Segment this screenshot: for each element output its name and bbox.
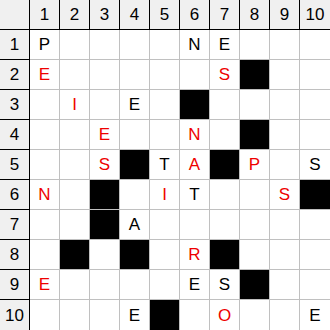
block-cell-r4c8 bbox=[240, 120, 270, 150]
empty-cell-r4c1[interactable] bbox=[30, 120, 60, 150]
empty-cell-r4c9[interactable] bbox=[270, 120, 300, 150]
col-header-6: 6 bbox=[180, 0, 210, 30]
puzzle-board: 123456789101PNE2ES3IE4EN5STAPS6NITS7A8R9… bbox=[0, 0, 330, 330]
empty-cell-r10c3[interactable] bbox=[90, 300, 120, 330]
empty-cell-r7c2[interactable] bbox=[60, 210, 90, 240]
col-header-3: 3 bbox=[90, 0, 120, 30]
letter-cell-r5c8[interactable]: P bbox=[240, 150, 270, 180]
row-header-3: 3 bbox=[0, 90, 30, 120]
row-header-4: 4 bbox=[0, 120, 30, 150]
empty-cell-r1c3[interactable] bbox=[90, 30, 120, 60]
letter-cell-r9c6[interactable]: E bbox=[180, 270, 210, 300]
col-header-9: 9 bbox=[270, 0, 300, 30]
block-cell-r8c4 bbox=[120, 240, 150, 270]
empty-cell-r4c2[interactable] bbox=[60, 120, 90, 150]
empty-cell-r9c3[interactable] bbox=[90, 270, 120, 300]
empty-cell-r1c2[interactable] bbox=[60, 30, 90, 60]
col-header-7: 7 bbox=[210, 0, 240, 30]
empty-cell-r9c9[interactable] bbox=[270, 270, 300, 300]
block-cell-r6c3 bbox=[90, 180, 120, 210]
letter-cell-r2c7[interactable]: S bbox=[210, 60, 240, 90]
empty-cell-r4c10[interactable] bbox=[300, 120, 330, 150]
empty-cell-r9c10[interactable] bbox=[300, 270, 330, 300]
block-cell-r2c8 bbox=[240, 60, 270, 90]
row-header-7: 7 bbox=[0, 210, 30, 240]
empty-cell-r4c5[interactable] bbox=[150, 120, 180, 150]
row-header-5: 5 bbox=[0, 150, 30, 180]
empty-cell-r5c2[interactable] bbox=[60, 150, 90, 180]
empty-cell-r10c9[interactable] bbox=[270, 300, 300, 330]
empty-cell-r2c4[interactable] bbox=[120, 60, 150, 90]
col-header-8: 8 bbox=[240, 0, 270, 30]
empty-cell-r2c3[interactable] bbox=[90, 60, 120, 90]
empty-cell-r8c3[interactable] bbox=[90, 240, 120, 270]
col-header-4: 4 bbox=[120, 0, 150, 30]
empty-cell-r6c7[interactable] bbox=[210, 180, 240, 210]
letter-cell-r4c6[interactable]: N bbox=[180, 120, 210, 150]
empty-cell-r2c6[interactable] bbox=[180, 60, 210, 90]
empty-cell-r5c1[interactable] bbox=[30, 150, 60, 180]
empty-cell-r10c1[interactable] bbox=[30, 300, 60, 330]
empty-cell-r2c2[interactable] bbox=[60, 60, 90, 90]
empty-cell-r6c2[interactable] bbox=[60, 180, 90, 210]
empty-cell-r2c5[interactable] bbox=[150, 60, 180, 90]
empty-cell-r1c9[interactable] bbox=[270, 30, 300, 60]
corner-cell bbox=[0, 0, 30, 30]
col-header-10: 10 bbox=[300, 0, 330, 30]
col-header-5: 5 bbox=[150, 0, 180, 30]
empty-cell-r7c7[interactable] bbox=[210, 210, 240, 240]
empty-cell-r1c5[interactable] bbox=[150, 30, 180, 60]
letter-cell-r3c4[interactable]: E bbox=[120, 90, 150, 120]
empty-cell-r9c2[interactable] bbox=[60, 270, 90, 300]
block-cell-r9c8 bbox=[240, 270, 270, 300]
letter-cell-r6c1[interactable]: N bbox=[30, 180, 60, 210]
col-header-2: 2 bbox=[60, 0, 90, 30]
letter-cell-r4c3[interactable]: E bbox=[90, 120, 120, 150]
block-cell-r8c2 bbox=[60, 240, 90, 270]
block-cell-r7c3 bbox=[90, 210, 120, 240]
empty-cell-r10c8[interactable] bbox=[240, 300, 270, 330]
empty-cell-r7c9[interactable] bbox=[270, 210, 300, 240]
block-cell-r3c6 bbox=[180, 90, 210, 120]
letter-cell-r7c4[interactable]: A bbox=[120, 210, 150, 240]
letter-cell-r6c5[interactable]: I bbox=[150, 180, 180, 210]
empty-cell-r5c9[interactable] bbox=[270, 150, 300, 180]
letter-cell-r5c10[interactable]: S bbox=[300, 150, 330, 180]
empty-cell-r3c9[interactable] bbox=[270, 90, 300, 120]
empty-cell-r7c1[interactable] bbox=[30, 210, 60, 240]
empty-cell-r1c10[interactable] bbox=[300, 30, 330, 60]
letter-cell-r5c6[interactable]: A bbox=[180, 150, 210, 180]
empty-cell-r3c8[interactable] bbox=[240, 90, 270, 120]
empty-cell-r1c8[interactable] bbox=[240, 30, 270, 60]
row-header-9: 9 bbox=[0, 270, 30, 300]
empty-cell-r6c4[interactable] bbox=[120, 180, 150, 210]
block-cell-r5c7 bbox=[210, 150, 240, 180]
empty-cell-r8c1[interactable] bbox=[30, 240, 60, 270]
empty-cell-r4c4[interactable] bbox=[120, 120, 150, 150]
empty-cell-r3c7[interactable] bbox=[210, 90, 240, 120]
letter-cell-r10c7[interactable]: O bbox=[210, 300, 240, 330]
block-cell-r8c7 bbox=[210, 240, 240, 270]
letter-cell-r9c7[interactable]: S bbox=[210, 270, 240, 300]
letter-cell-r10c10[interactable]: E bbox=[300, 300, 330, 330]
letter-cell-r9c1[interactable]: E bbox=[30, 270, 60, 300]
empty-cell-r6c8[interactable] bbox=[240, 180, 270, 210]
letter-cell-r8c6[interactable]: R bbox=[180, 240, 210, 270]
letter-cell-r1c6[interactable]: N bbox=[180, 30, 210, 60]
letter-cell-r6c6[interactable]: T bbox=[180, 180, 210, 210]
letter-cell-r3c2[interactable]: I bbox=[60, 90, 90, 120]
empty-cell-r3c10[interactable] bbox=[300, 90, 330, 120]
row-header-1: 1 bbox=[0, 30, 30, 60]
empty-cell-r10c6[interactable] bbox=[180, 300, 210, 330]
empty-cell-r3c5[interactable] bbox=[150, 90, 180, 120]
row-header-10: 10 bbox=[0, 300, 30, 330]
empty-cell-r2c10[interactable] bbox=[300, 60, 330, 90]
letter-cell-r6c9[interactable]: S bbox=[270, 180, 300, 210]
empty-cell-r7c6[interactable] bbox=[180, 210, 210, 240]
empty-cell-r8c9[interactable] bbox=[270, 240, 300, 270]
empty-cell-r9c4[interactable] bbox=[120, 270, 150, 300]
col-header-1: 1 bbox=[30, 0, 60, 30]
empty-cell-r8c10[interactable] bbox=[300, 240, 330, 270]
empty-cell-r8c5[interactable] bbox=[150, 240, 180, 270]
letter-cell-r2c1[interactable]: E bbox=[30, 60, 60, 90]
empty-cell-r2c9[interactable] bbox=[270, 60, 300, 90]
empty-cell-r4c7[interactable] bbox=[210, 120, 240, 150]
block-cell-r10c5 bbox=[150, 300, 180, 330]
empty-cell-r1c4[interactable] bbox=[120, 30, 150, 60]
letter-cell-r1c7[interactable]: E bbox=[210, 30, 240, 60]
letter-cell-r1c1[interactable]: P bbox=[30, 30, 60, 60]
row-header-8: 8 bbox=[0, 240, 30, 270]
empty-cell-r3c3[interactable] bbox=[90, 90, 120, 120]
empty-cell-r7c5[interactable] bbox=[150, 210, 180, 240]
block-cell-r6c10 bbox=[300, 180, 330, 210]
empty-cell-r7c8[interactable] bbox=[240, 210, 270, 240]
letter-cell-r5c3[interactable]: S bbox=[90, 150, 120, 180]
empty-cell-r3c1[interactable] bbox=[30, 90, 60, 120]
row-header-2: 2 bbox=[0, 60, 30, 90]
row-header-6: 6 bbox=[0, 180, 30, 210]
empty-cell-r7c10[interactable] bbox=[300, 210, 330, 240]
empty-cell-r9c5[interactable] bbox=[150, 270, 180, 300]
letter-cell-r10c4[interactable]: E bbox=[120, 300, 150, 330]
empty-cell-r10c2[interactable] bbox=[60, 300, 90, 330]
empty-cell-r8c8[interactable] bbox=[240, 240, 270, 270]
letter-cell-r5c5[interactable]: T bbox=[150, 150, 180, 180]
block-cell-r5c4 bbox=[120, 150, 150, 180]
